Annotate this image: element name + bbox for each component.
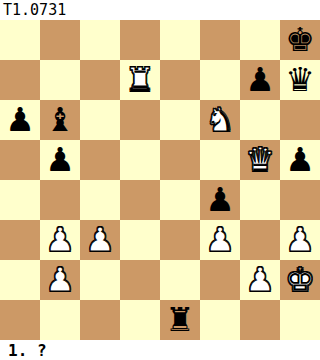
square-f4[interactable]: ♟ [200, 180, 240, 220]
square-g5[interactable]: ♛ [240, 140, 280, 180]
square-g3[interactable] [240, 220, 280, 260]
white-king-icon: ♚ [285, 260, 315, 300]
square-d6[interactable] [120, 100, 160, 140]
square-a7[interactable] [0, 60, 40, 100]
square-c5[interactable] [80, 140, 120, 180]
white-pawn-icon: ♟ [205, 220, 235, 260]
white-pawn-icon: ♟ [45, 260, 75, 300]
square-e8[interactable] [160, 20, 200, 60]
square-d3[interactable] [120, 220, 160, 260]
square-h7[interactable]: ♛ [280, 60, 320, 100]
square-b4[interactable] [40, 180, 80, 220]
white-pawn-icon: ♟ [85, 220, 115, 260]
black-king-icon: ♚ [285, 20, 315, 60]
black-pawn-icon: ♟ [285, 140, 315, 180]
square-a5[interactable] [0, 140, 40, 180]
square-h3[interactable]: ♟ [280, 220, 320, 260]
square-a2[interactable] [0, 260, 40, 300]
square-d4[interactable] [120, 180, 160, 220]
square-h4[interactable] [280, 180, 320, 220]
square-c4[interactable] [80, 180, 120, 220]
white-pawn-icon: ♟ [245, 260, 275, 300]
square-a8[interactable] [0, 20, 40, 60]
square-c3[interactable]: ♟ [80, 220, 120, 260]
move-prompt: 1. ? [0, 340, 320, 360]
black-bishop-icon: ♝ [45, 100, 75, 140]
black-pawn-icon: ♟ [45, 140, 75, 180]
square-e5[interactable] [160, 140, 200, 180]
square-b5[interactable]: ♟ [40, 140, 80, 180]
square-g2[interactable]: ♟ [240, 260, 280, 300]
square-f5[interactable] [200, 140, 240, 180]
white-pawn-icon: ♟ [285, 220, 315, 260]
square-b3[interactable]: ♟ [40, 220, 80, 260]
square-a1[interactable] [0, 300, 40, 340]
square-b7[interactable] [40, 60, 80, 100]
black-pawn-icon: ♟ [205, 180, 235, 220]
square-d7[interactable]: ♜ [120, 60, 160, 100]
puzzle-id: T1.0731 [0, 0, 320, 20]
square-a6[interactable]: ♟ [0, 100, 40, 140]
square-b6[interactable]: ♝ [40, 100, 80, 140]
square-c1[interactable] [80, 300, 120, 340]
square-f2[interactable] [200, 260, 240, 300]
black-rook-icon: ♜ [165, 300, 195, 340]
square-a3[interactable] [0, 220, 40, 260]
square-e2[interactable] [160, 260, 200, 300]
square-h1[interactable] [280, 300, 320, 340]
square-d5[interactable] [120, 140, 160, 180]
square-f7[interactable] [200, 60, 240, 100]
square-a4[interactable] [0, 180, 40, 220]
square-c8[interactable] [80, 20, 120, 60]
square-c7[interactable] [80, 60, 120, 100]
square-b2[interactable]: ♟ [40, 260, 80, 300]
square-h2[interactable]: ♚ [280, 260, 320, 300]
square-g4[interactable] [240, 180, 280, 220]
square-g8[interactable] [240, 20, 280, 60]
square-h6[interactable] [280, 100, 320, 140]
square-b1[interactable] [40, 300, 80, 340]
square-e7[interactable] [160, 60, 200, 100]
black-queen-icon: ♛ [285, 60, 315, 100]
white-knight-icon: ♞ [205, 100, 235, 140]
square-e1[interactable]: ♜ [160, 300, 200, 340]
square-d2[interactable] [120, 260, 160, 300]
black-pawn-icon: ♟ [5, 100, 35, 140]
square-f3[interactable]: ♟ [200, 220, 240, 260]
white-queen-icon: ♛ [245, 140, 275, 180]
white-rook-icon: ♜ [125, 60, 155, 100]
square-c2[interactable] [80, 260, 120, 300]
square-c6[interactable] [80, 100, 120, 140]
square-g7[interactable]: ♟ [240, 60, 280, 100]
square-e6[interactable] [160, 100, 200, 140]
square-d1[interactable] [120, 300, 160, 340]
white-pawn-icon: ♟ [45, 220, 75, 260]
square-b8[interactable] [40, 20, 80, 60]
square-e3[interactable] [160, 220, 200, 260]
square-h8[interactable]: ♚ [280, 20, 320, 60]
square-g1[interactable] [240, 300, 280, 340]
black-pawn-icon: ♟ [245, 60, 275, 100]
square-g6[interactable] [240, 100, 280, 140]
square-e4[interactable] [160, 180, 200, 220]
chess-board: ♚♜♟♛♟♝♞♟♛♟♟♟♟♟♟♟♟♚♜ [0, 20, 320, 340]
square-d8[interactable] [120, 20, 160, 60]
square-h5[interactable]: ♟ [280, 140, 320, 180]
square-f8[interactable] [200, 20, 240, 60]
square-f6[interactable]: ♞ [200, 100, 240, 140]
square-f1[interactable] [200, 300, 240, 340]
